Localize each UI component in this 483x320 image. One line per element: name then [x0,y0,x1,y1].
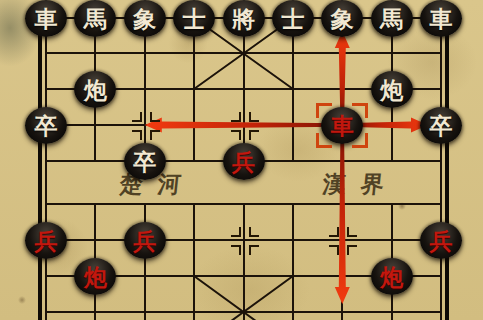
bracket-corner [316,133,332,148]
bracket-corner [316,103,332,118]
piece-character: 馬 [84,7,107,30]
piece-red-cannon-b8[interactable]: 炮 [74,258,116,295]
piece-black-chariot-i1[interactable]: 車 [420,0,462,37]
piece-character: 馬 [380,7,403,30]
piece-character: 兵 [232,150,255,173]
piece-character: 象 [331,7,354,30]
piece-black-elephant-g1[interactable]: 象 [321,0,363,37]
piece-black-chariot-a1[interactable]: 車 [25,0,67,37]
piece-character: 士 [281,7,304,30]
piece-character: 炮 [380,78,403,101]
bracket-corner [352,103,368,118]
piece-black-general-e1[interactable]: 將 [223,0,265,37]
piece-character: 兵 [430,229,453,252]
piece-character: 車 [430,7,453,30]
pieces-layer: 車馬象士將士象馬車炮炮卒車卒卒兵兵兵兵炮炮 [0,0,483,320]
piece-character: 士 [183,7,206,30]
bracket-corner [352,133,368,148]
selected-piece-brackets [316,103,368,148]
piece-character: 炮 [84,78,107,101]
piece-character: 炮 [380,265,403,288]
piece-character: 兵 [35,229,58,252]
piece-red-soldier-c7[interactable]: 兵 [124,222,166,259]
piece-character: 卒 [133,150,156,173]
piece-red-soldier-e5[interactable]: 兵 [223,143,265,180]
piece-black-soldier-a4[interactable]: 卒 [25,107,67,144]
xiangqi-board: 楚河 漢界 車馬象士將士象馬車炮炮卒車卒卒兵兵兵兵炮炮 [0,0,483,320]
piece-character: 兵 [133,229,156,252]
piece-black-elephant-c1[interactable]: 象 [124,0,166,37]
piece-black-soldier-i4[interactable]: 卒 [420,107,462,144]
piece-red-soldier-i7[interactable]: 兵 [420,222,462,259]
piece-red-cannon-h8[interactable]: 炮 [371,258,413,295]
piece-red-soldier-a7[interactable]: 兵 [25,222,67,259]
piece-character: 車 [35,7,58,30]
piece-black-cannon-h3[interactable]: 炮 [371,71,413,108]
piece-black-horse-h1[interactable]: 馬 [371,0,413,37]
piece-character: 炮 [84,265,107,288]
piece-black-cannon-b3[interactable]: 炮 [74,71,116,108]
piece-black-advisor-d1[interactable]: 士 [173,0,215,37]
piece-black-horse-b1[interactable]: 馬 [74,0,116,37]
piece-character: 象 [133,7,156,30]
piece-black-soldier-c5[interactable]: 卒 [124,143,166,180]
piece-character: 將 [232,7,255,30]
piece-character: 卒 [35,114,58,137]
piece-character: 卒 [430,114,453,137]
piece-black-advisor-f1[interactable]: 士 [272,0,314,37]
